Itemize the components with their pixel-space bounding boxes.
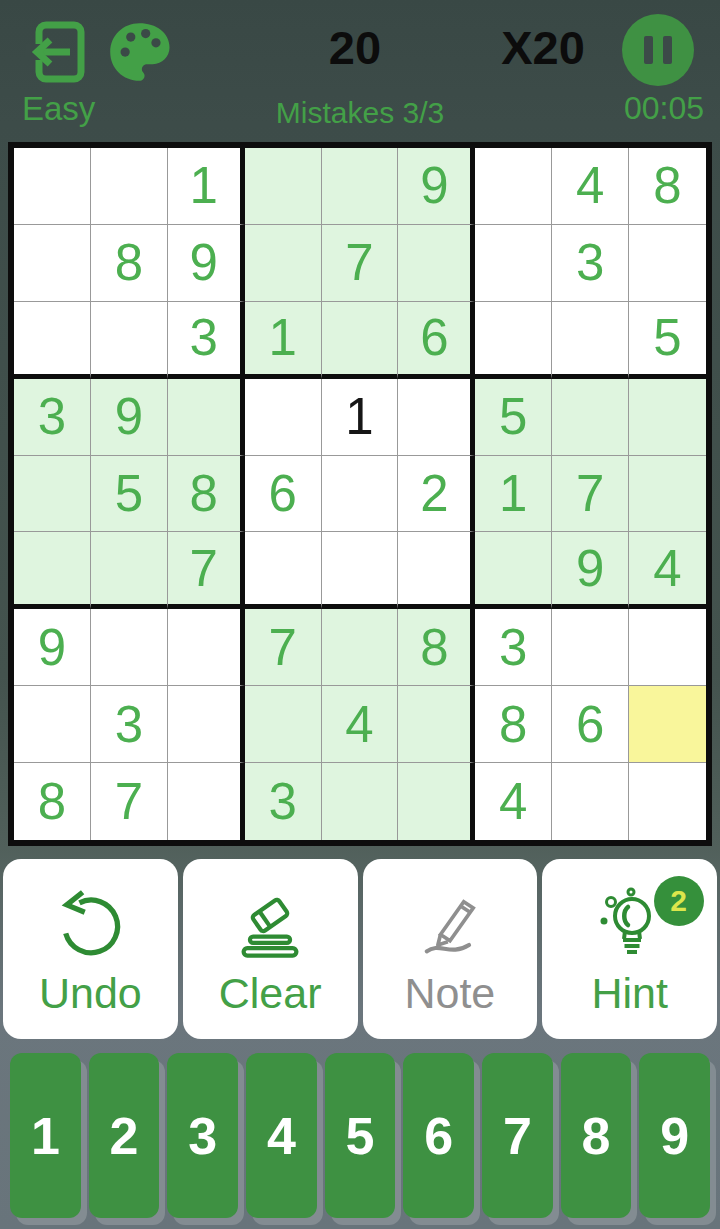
numpad-9[interactable]: 9: [639, 1053, 710, 1218]
cell-r7c6[interactable]: 8: [398, 609, 475, 686]
hint-count-badge: 2: [654, 876, 704, 926]
cell-r4c9[interactable]: [629, 379, 706, 456]
cell-r3c7[interactable]: [475, 302, 552, 379]
cell-r4c8[interactable]: [552, 379, 629, 456]
cell-r7c4[interactable]: 7: [245, 609, 322, 686]
cell-r2c5[interactable]: 7: [322, 225, 399, 302]
given-digit: 3: [190, 308, 218, 367]
given-digit: 6: [576, 695, 604, 754]
user-digit: 1: [345, 387, 373, 446]
given-digit: 3: [38, 387, 66, 446]
toolbar: Undo Clear: [0, 859, 720, 1039]
hint-button[interactable]: 2 Hint: [542, 859, 717, 1039]
given-digit: 6: [268, 464, 296, 523]
eraser-icon: [232, 884, 308, 968]
cell-r3c9[interactable]: 5: [629, 302, 706, 379]
cell-r1c4[interactable]: [245, 148, 322, 225]
cell-r8c1[interactable]: [14, 686, 91, 763]
cell-r4c3[interactable]: [168, 379, 245, 456]
cell-r3c8[interactable]: [552, 302, 629, 379]
lightbulb-icon: 2: [590, 884, 670, 968]
palette-icon: [102, 78, 176, 93]
cell-r9c5[interactable]: [322, 763, 399, 840]
cell-r5c7[interactable]: 1: [475, 456, 552, 533]
theme-button[interactable]: [102, 14, 176, 90]
cell-r7c7[interactable]: 3: [475, 609, 552, 686]
given-digit: 2: [420, 464, 448, 523]
cell-r1c9[interactable]: 8: [629, 148, 706, 225]
given-digit: 5: [653, 308, 681, 367]
cell-r5c2[interactable]: 5: [91, 456, 168, 533]
numpad-2[interactable]: 2: [89, 1053, 160, 1218]
given-digit: 7: [115, 772, 143, 831]
cell-r8c7[interactable]: 8: [475, 686, 552, 763]
note-label: Note: [404, 972, 495, 1015]
given-digit: 5: [499, 387, 527, 446]
score-multiplier: X20: [468, 20, 618, 75]
cell-r6c6[interactable]: [398, 532, 475, 609]
cell-r6c1[interactable]: [14, 532, 91, 609]
cell-r2c4[interactable]: [245, 225, 322, 302]
cell-r2c3[interactable]: 9: [168, 225, 245, 302]
cell-r9c1[interactable]: 8: [14, 763, 91, 840]
undo-label: Undo: [39, 972, 142, 1015]
undo-button[interactable]: Undo: [3, 859, 178, 1039]
cell-r2c9[interactable]: [629, 225, 706, 302]
cell-r2c2[interactable]: 8: [91, 225, 168, 302]
cell-r6c7[interactable]: [475, 532, 552, 609]
cell-r9c6[interactable]: [398, 763, 475, 840]
score-value: 20: [285, 20, 425, 75]
cell-r8c6[interactable]: [398, 686, 475, 763]
cell-r7c9[interactable]: [629, 609, 706, 686]
given-digit: 5: [115, 464, 143, 523]
numpad-6[interactable]: 6: [403, 1053, 474, 1218]
cell-r6c8[interactable]: 9: [552, 532, 629, 609]
given-digit: 3: [576, 233, 604, 292]
exit-button[interactable]: [22, 16, 94, 88]
cell-r1c8[interactable]: 4: [552, 148, 629, 225]
given-digit: 9: [115, 387, 143, 446]
given-digit: 8: [653, 156, 681, 215]
cell-r4c4[interactable]: [245, 379, 322, 456]
given-digit: 3: [499, 618, 527, 677]
cell-r2c1[interactable]: [14, 225, 91, 302]
given-digit: 4: [499, 772, 527, 831]
cell-r9c2[interactable]: 7: [91, 763, 168, 840]
cell-r8c4[interactable]: [245, 686, 322, 763]
given-digit: 7: [268, 618, 296, 677]
given-digit: 8: [420, 618, 448, 677]
cell-r6c2[interactable]: [91, 532, 168, 609]
cell-r5c9[interactable]: [629, 456, 706, 533]
cell-r5c1[interactable]: [14, 456, 91, 533]
cell-r6c4[interactable]: [245, 532, 322, 609]
cell-r1c3[interactable]: 1: [168, 148, 245, 225]
cell-r3c4[interactable]: 1: [245, 302, 322, 379]
numpad-3[interactable]: 3: [167, 1053, 238, 1218]
cell-r7c3[interactable]: [168, 609, 245, 686]
cell-r9c4[interactable]: 3: [245, 763, 322, 840]
cell-r5c3[interactable]: 8: [168, 456, 245, 533]
given-digit: 1: [268, 308, 296, 367]
sudoku-app-screen: 20 X20 Easy Mistakes 3/3 00:05 194889733…: [0, 0, 720, 1229]
cell-r4c1[interactable]: 3: [14, 379, 91, 456]
note-button[interactable]: Note: [363, 859, 538, 1039]
given-digit: 7: [190, 539, 218, 598]
given-digit: 4: [653, 539, 681, 598]
cell-r5c5[interactable]: [322, 456, 399, 533]
cell-r4c5[interactable]: 1: [322, 379, 399, 456]
cell-r1c6[interactable]: 9: [398, 148, 475, 225]
given-digit: 9: [576, 539, 604, 598]
undo-icon: [52, 884, 128, 968]
cell-r1c1[interactable]: [14, 148, 91, 225]
cell-r4c2[interactable]: 9: [91, 379, 168, 456]
sudoku-board: 1948897331653915586217794978334868734: [8, 142, 712, 846]
given-digit: 8: [499, 695, 527, 754]
given-digit: 9: [190, 233, 218, 292]
cell-r9c8[interactable]: [552, 763, 629, 840]
given-digit: 9: [38, 618, 66, 677]
hint-label: Hint: [591, 972, 667, 1015]
given-digit: 8: [38, 772, 66, 831]
cell-r6c9[interactable]: 4: [629, 532, 706, 609]
cell-r3c1[interactable]: [14, 302, 91, 379]
cell-r6c5[interactable]: [322, 532, 399, 609]
cell-r3c2[interactable]: [91, 302, 168, 379]
pause-icon: [644, 36, 653, 64]
given-digit: 8: [115, 233, 143, 292]
cell-r4c7[interactable]: 5: [475, 379, 552, 456]
cell-r3c5[interactable]: [322, 302, 399, 379]
given-digit: 6: [420, 308, 448, 367]
given-digit: 8: [190, 464, 218, 523]
difficulty-label: Easy: [22, 90, 95, 128]
given-digit: 9: [420, 156, 448, 215]
header-bar: 20 X20 Easy Mistakes 3/3 00:05: [0, 0, 720, 134]
numpad-7[interactable]: 7: [482, 1053, 553, 1218]
numpad-1[interactable]: 1: [10, 1053, 81, 1218]
pencil-icon: [412, 884, 488, 968]
cell-r1c5[interactable]: [322, 148, 399, 225]
cell-r7c8[interactable]: [552, 609, 629, 686]
pause-button[interactable]: [622, 14, 694, 86]
cell-r5c6[interactable]: 2: [398, 456, 475, 533]
cell-r9c3[interactable]: [168, 763, 245, 840]
given-digit: 4: [576, 156, 604, 215]
cell-r8c3[interactable]: [168, 686, 245, 763]
given-digit: 7: [345, 233, 373, 292]
cell-r9c9[interactable]: [629, 763, 706, 840]
given-digit: 4: [345, 695, 373, 754]
number-pad: 123456789: [0, 1053, 720, 1218]
cell-r7c1[interactable]: 9: [14, 609, 91, 686]
cell-r6c3[interactable]: 7: [168, 532, 245, 609]
mistakes-counter: Mistakes 3/3: [205, 96, 515, 130]
exit-icon: [22, 76, 94, 91]
numpad-5[interactable]: 5: [325, 1053, 396, 1218]
cell-r1c2[interactable]: [91, 148, 168, 225]
numpad-4[interactable]: 4: [246, 1053, 317, 1218]
clear-label: Clear: [219, 972, 322, 1015]
cell-r8c9[interactable]: [629, 686, 706, 763]
cell-r1c7[interactable]: [475, 148, 552, 225]
given-digit: 3: [115, 695, 143, 754]
cell-r2c8[interactable]: 3: [552, 225, 629, 302]
cell-r5c8[interactable]: 7: [552, 456, 629, 533]
clear-button[interactable]: Clear: [183, 859, 358, 1039]
timer: 00:05: [624, 90, 704, 127]
cell-r3c6[interactable]: 6: [398, 302, 475, 379]
cell-r7c2[interactable]: [91, 609, 168, 686]
given-digit: 1: [499, 464, 527, 523]
cell-r9c7[interactable]: 4: [475, 763, 552, 840]
given-digit: 7: [576, 464, 604, 523]
cell-r3c3[interactable]: 3: [168, 302, 245, 379]
cell-r8c5[interactable]: 4: [322, 686, 399, 763]
cell-r4c6[interactable]: [398, 379, 475, 456]
cell-r7c5[interactable]: [322, 609, 399, 686]
cell-r5c4[interactable]: 6: [245, 456, 322, 533]
cell-r8c2[interactable]: 3: [91, 686, 168, 763]
given-digit: 1: [190, 156, 218, 215]
given-digit: 3: [268, 772, 296, 831]
cell-r8c8[interactable]: 6: [552, 686, 629, 763]
cell-r2c6[interactable]: [398, 225, 475, 302]
cell-r2c7[interactable]: [475, 225, 552, 302]
numpad-8[interactable]: 8: [561, 1053, 632, 1218]
